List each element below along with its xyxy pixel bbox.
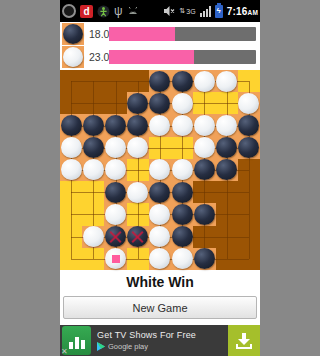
white-stone — [172, 115, 193, 136]
cell-r1c1[interactable] — [60, 70, 82, 92]
cell-r6c3[interactable] — [104, 181, 126, 203]
cell-r2c6[interactable] — [171, 92, 193, 114]
cell-r8c2[interactable] — [82, 226, 104, 248]
cell-r6c7[interactable] — [193, 181, 215, 203]
grid-line-v — [116, 92, 117, 114]
black-stone — [149, 71, 170, 92]
black-stone — [83, 115, 104, 136]
cell-r9c2[interactable] — [82, 248, 104, 270]
black-score: 18.0 — [89, 23, 111, 46]
cell-r4c3[interactable] — [104, 137, 126, 159]
cell-r2c3[interactable] — [104, 92, 126, 114]
white-stone — [172, 159, 193, 180]
grid-line-v — [204, 226, 205, 248]
cell-r8c8[interactable] — [216, 226, 238, 248]
cell-r3c9[interactable] — [238, 114, 260, 136]
white-player-avatar — [62, 46, 84, 68]
cell-r1c5[interactable] — [149, 70, 171, 92]
go-board[interactable] — [60, 70, 260, 270]
black-stone — [238, 115, 259, 136]
network-3g-icon: ⇅ 3G — [179, 7, 195, 15]
white-stone — [61, 137, 82, 158]
grid-line-v — [116, 81, 117, 92]
grid-line-v — [227, 92, 228, 114]
cell-r3c1[interactable] — [60, 114, 82, 136]
black-stone — [105, 115, 126, 136]
white-stone — [149, 115, 170, 136]
cell-r8c3[interactable] — [104, 226, 126, 248]
cell-r6c6[interactable] — [171, 181, 193, 203]
ad-store-row[interactable]: Google play — [97, 342, 148, 351]
cell-r6c1[interactable] — [60, 181, 82, 203]
ad-banner[interactable]: ✕ Get TV Shows For Free Google play — [60, 325, 260, 356]
app-screen: d ψ — [60, 0, 260, 356]
black-score-bar-fill — [109, 27, 175, 41]
bar-chart-icon — [81, 340, 85, 349]
result-text: White Win — [60, 274, 260, 290]
grid-line-h — [71, 192, 82, 193]
cell-r8c7[interactable] — [193, 226, 215, 248]
cell-r3c7[interactable] — [193, 114, 215, 136]
grid-line-v — [93, 248, 94, 259]
white-stone — [105, 204, 126, 225]
grid-line-v — [93, 92, 94, 114]
cell-r8c4[interactable] — [127, 226, 149, 248]
grid-line-h — [82, 259, 104, 260]
cell-r9c9[interactable] — [238, 248, 260, 270]
grid-line-h — [238, 170, 249, 171]
grid-line-v — [249, 203, 250, 225]
grid-line-h — [238, 81, 249, 82]
signal-bar — [206, 9, 208, 17]
status-icons-right: ⇅ 3G ϟ 7:16AM — [163, 5, 258, 18]
cell-r4c5[interactable] — [149, 137, 171, 159]
cell-r1c2[interactable] — [82, 70, 104, 92]
cell-r3c4[interactable] — [127, 114, 149, 136]
cell-r9c4[interactable] — [127, 248, 149, 270]
black-stone-icon — [63, 24, 83, 44]
signal-bar — [203, 11, 205, 17]
cell-r4c8[interactable] — [216, 137, 238, 159]
cell-r9c8[interactable] — [216, 248, 238, 270]
cell-r5c6[interactable] — [171, 159, 193, 181]
google-play-icon — [97, 342, 105, 351]
grid-line-h — [127, 259, 149, 260]
grid-line-h — [238, 259, 249, 260]
cell-r1c9[interactable] — [238, 70, 260, 92]
black-player-avatar — [62, 23, 84, 45]
signal-bar — [200, 13, 202, 17]
cell-r2c9[interactable] — [238, 92, 260, 114]
grid-line-v — [93, 81, 94, 92]
black-stone — [127, 93, 148, 114]
clock: 7:16AM — [227, 6, 258, 17]
white-stone — [149, 226, 170, 247]
cell-r7c6[interactable] — [171, 203, 193, 225]
grid-line-v — [227, 226, 228, 248]
grid-line-v — [71, 81, 72, 92]
ad-title[interactable]: Get TV Shows For Free — [97, 330, 196, 340]
black-stone — [238, 137, 259, 158]
black-stone — [194, 248, 215, 269]
score-row-white: 23.0 — [60, 46, 260, 69]
battery-charging-icon: ϟ — [215, 5, 223, 18]
grid-line-h — [238, 214, 249, 215]
grid-line-v — [249, 248, 250, 259]
cell-r7c8[interactable] — [216, 203, 238, 225]
player-figure-icon — [97, 5, 110, 18]
cell-r8c6[interactable] — [171, 226, 193, 248]
google-play-label: Google play — [108, 342, 148, 351]
cell-r6c5[interactable] — [149, 181, 171, 203]
cell-r1c6[interactable] — [171, 70, 193, 92]
dead-stone-marker — [108, 229, 123, 244]
ad-install-button[interactable] — [228, 325, 260, 356]
cell-r7c9[interactable] — [238, 203, 260, 225]
grid-line-h — [71, 259, 82, 260]
cell-r1c8[interactable] — [216, 70, 238, 92]
cell-r3c8[interactable] — [216, 114, 238, 136]
cell-r4c1[interactable] — [60, 137, 82, 159]
cell-r3c3[interactable] — [104, 114, 126, 136]
grid-line-v — [227, 203, 228, 225]
white-stone — [83, 159, 104, 180]
cell-r8c1[interactable] — [60, 226, 82, 248]
new-game-button[interactable]: New Game — [63, 296, 257, 319]
white-score: 23.0 — [89, 46, 111, 69]
cell-r2c2[interactable] — [82, 92, 104, 114]
white-stone — [216, 115, 237, 136]
cell-r3c2[interactable] — [82, 114, 104, 136]
white-stone — [238, 93, 259, 114]
grid-line-v — [71, 248, 72, 259]
cell-r7c7[interactable] — [193, 203, 215, 225]
cell-r7c2[interactable] — [82, 203, 104, 225]
grid-line-v — [71, 226, 72, 248]
cell-r7c3[interactable] — [104, 203, 126, 225]
white-stone-icon — [63, 47, 83, 67]
usb-icon: ψ — [114, 5, 123, 17]
white-stone — [194, 137, 215, 158]
status-icons-left: d ψ — [62, 4, 139, 18]
cell-r4c7[interactable] — [193, 137, 215, 159]
grid-line-v — [71, 203, 72, 225]
signal-bar — [209, 6, 211, 17]
cell-r9c5[interactable] — [149, 248, 171, 270]
dead-stone-marker — [130, 229, 145, 244]
grid-line-v — [138, 159, 139, 181]
download-icon — [235, 332, 253, 350]
black-stone — [172, 226, 193, 247]
cell-r9c7[interactable] — [193, 248, 215, 270]
bar-chart-icon — [69, 342, 73, 349]
black-score-bar — [109, 27, 256, 41]
white-stone — [149, 204, 170, 225]
cell-r5c2[interactable] — [82, 159, 104, 181]
signal-bars-icon — [200, 6, 211, 17]
grid-line-v — [71, 181, 72, 203]
cell-r1c7[interactable] — [193, 70, 215, 92]
cell-r5c3[interactable] — [104, 159, 126, 181]
cell-r9c3[interactable] — [104, 248, 126, 270]
white-stone — [127, 182, 148, 203]
cell-r2c4[interactable] — [127, 92, 149, 114]
cell-r9c1[interactable] — [60, 248, 82, 270]
white-stone — [105, 159, 126, 180]
network-arrows: ⇅ — [179, 7, 185, 15]
android-icon — [127, 5, 139, 17]
black-stone — [172, 71, 193, 92]
grid-line-h — [71, 103, 82, 104]
ad-close-icon[interactable]: ✕ — [61, 348, 68, 356]
white-stone — [194, 71, 215, 92]
cell-r5c7[interactable] — [193, 159, 215, 181]
cell-r7c1[interactable] — [60, 203, 82, 225]
grid-line-v — [71, 92, 72, 114]
grid-line-v — [160, 137, 161, 159]
cell-r5c4[interactable] — [127, 159, 149, 181]
mute-icon — [163, 5, 175, 17]
cell-r9c6[interactable] — [171, 248, 193, 270]
white-stone — [172, 93, 193, 114]
white-stone — [149, 159, 170, 180]
white-score-bar-fill — [109, 50, 194, 64]
black-stone — [216, 159, 237, 180]
black-stone — [83, 137, 104, 158]
grid-line-v — [93, 203, 94, 225]
grid-line-v — [249, 226, 250, 248]
cell-r5c9[interactable] — [238, 159, 260, 181]
grid-line-v — [138, 81, 139, 92]
white-score-bar — [109, 50, 256, 64]
grid-line-h — [71, 214, 82, 215]
white-stone — [149, 248, 170, 269]
white-stone — [127, 137, 148, 158]
bar-chart-icon — [75, 337, 79, 349]
cell-r5c5[interactable] — [149, 159, 171, 181]
cell-r6c2[interactable] — [82, 181, 104, 203]
cell-r4c9[interactable] — [238, 137, 260, 159]
black-stone — [149, 182, 170, 203]
black-stone — [149, 93, 170, 114]
black-stone — [105, 182, 126, 203]
cell-r2c5[interactable] — [149, 92, 171, 114]
white-stone — [216, 71, 237, 92]
sync-circle-icon — [62, 4, 76, 18]
cell-r5c8[interactable] — [216, 159, 238, 181]
grid-line-v — [93, 181, 94, 203]
white-stone — [61, 159, 82, 180]
cell-r3c6[interactable] — [171, 114, 193, 136]
grid-line-v — [182, 137, 183, 159]
cell-r6c4[interactable] — [127, 181, 149, 203]
d-app-icon: d — [80, 5, 93, 18]
white-stone — [105, 137, 126, 158]
grid-line-h — [238, 237, 249, 238]
cell-r1c3[interactable] — [104, 70, 126, 92]
cell-r4c2[interactable] — [82, 137, 104, 159]
network-label: 3G — [186, 8, 195, 15]
cell-r7c4[interactable] — [127, 203, 149, 225]
cell-r2c1[interactable] — [60, 92, 82, 114]
cell-r1c4[interactable] — [127, 70, 149, 92]
grid-line-h — [71, 81, 82, 82]
cell-r2c8[interactable] — [216, 92, 238, 114]
black-stone — [216, 137, 237, 158]
grid-line-v — [138, 203, 139, 225]
grid-line-h — [71, 237, 82, 238]
black-stone — [172, 182, 193, 203]
cell-r4c6[interactable] — [171, 137, 193, 159]
grid-line-v — [227, 181, 228, 203]
cell-r7c5[interactable] — [149, 203, 171, 225]
grid-line-v — [138, 248, 139, 259]
grid-line-v — [249, 81, 250, 92]
grid-line-h — [216, 259, 238, 260]
black-stone — [61, 115, 82, 136]
last-move-marker — [112, 255, 120, 263]
white-stone — [172, 248, 193, 269]
grid-line-v — [204, 92, 205, 114]
white-stone — [194, 115, 215, 136]
cell-r6c8[interactable] — [216, 181, 238, 203]
grid-line-v — [249, 181, 250, 203]
cell-r3c5[interactable] — [149, 114, 171, 136]
cell-r6c9[interactable] — [238, 181, 260, 203]
clock-time: 7:16 — [227, 6, 248, 17]
grid-line-v — [249, 159, 250, 181]
white-stone — [83, 226, 104, 247]
cell-r4c4[interactable] — [127, 137, 149, 159]
black-stone — [172, 204, 193, 225]
black-stone — [194, 159, 215, 180]
score-row-black: 18.0 — [60, 23, 260, 46]
cell-r5c1[interactable] — [60, 159, 82, 181]
cell-r8c5[interactable] — [149, 226, 171, 248]
status-bar: d ψ — [60, 0, 260, 22]
grid-line-v — [204, 181, 205, 203]
black-stone — [194, 204, 215, 225]
cell-r8c9[interactable] — [238, 226, 260, 248]
grid-line-v — [227, 248, 228, 259]
black-stone — [127, 115, 148, 136]
cell-r2c7[interactable] — [193, 92, 215, 114]
clock-ampm: AM — [247, 9, 258, 16]
grid-line-h — [238, 192, 249, 193]
